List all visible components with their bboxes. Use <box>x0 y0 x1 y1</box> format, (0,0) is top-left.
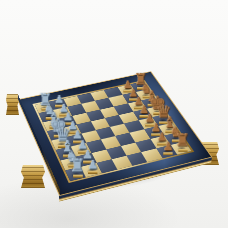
piece-contact-shadow <box>139 92 152 99</box>
piece-contact-shadow <box>150 108 164 115</box>
square-g3[interactable] <box>67 104 86 116</box>
piece-white-rook[interactable]: ♜ <box>69 157 85 178</box>
square-e6[interactable] <box>119 112 138 124</box>
square-h4[interactable] <box>77 93 95 104</box>
piece-black-bishop[interactable]: ♝ <box>146 90 159 107</box>
square-h3[interactable] <box>63 96 81 107</box>
square-a1[interactable]: ♜ <box>65 167 86 181</box>
piece-contact-shadow <box>52 101 65 108</box>
square-e5[interactable] <box>105 115 124 127</box>
square-f4[interactable] <box>86 109 105 121</box>
piece-contact-shadow <box>133 84 146 91</box>
piece-black-pawn[interactable]: ♟ <box>140 104 150 118</box>
board-grid: ♜♟♟♜♞♟♟♞♝♟♟♝♚♟♟♚♛♟♟♛♝♟♟♝♞♟♟♞♜♟♟♜ <box>35 81 192 181</box>
square-h2[interactable]: ♟ <box>49 99 67 110</box>
piece-black-pawn[interactable]: ♟ <box>134 96 144 110</box>
piece-contact-shadow <box>131 103 145 110</box>
square-h6[interactable] <box>104 87 122 98</box>
square-f6[interactable] <box>114 103 133 115</box>
square-f5[interactable] <box>100 106 119 118</box>
square-a3[interactable] <box>96 159 117 173</box>
square-c4[interactable] <box>101 136 121 149</box>
piece-white-pawn[interactable]: ♟ <box>88 159 99 174</box>
piece-white-rook[interactable]: ♜ <box>38 93 52 111</box>
piece-black-pawn[interactable]: ♟ <box>129 88 138 101</box>
piece-contact-shadow <box>125 95 138 102</box>
piece-black-knight[interactable]: ♞ <box>141 82 152 98</box>
piece-black-pawn[interactable]: ♟ <box>124 80 133 93</box>
square-h8[interactable]: ♜ <box>130 81 148 92</box>
square-f7[interactable]: ♟ <box>127 100 146 111</box>
piece-white-pawn[interactable]: ♟ <box>55 94 65 108</box>
chess-board-anchor: ♜♟♟♜♞♟♟♞♝♟♟♝♚♟♟♚♛♟♟♛♝♟♟♝♞♟♟♞♜♟♟♜ <box>34 51 186 203</box>
piece-black-rook[interactable]: ♜ <box>135 72 148 90</box>
square-d6[interactable] <box>124 120 144 132</box>
piece-contact-shadow <box>144 100 158 107</box>
piece-black-pawn[interactable]: ♟ <box>163 141 173 156</box>
square-f8[interactable]: ♝ <box>141 97 160 108</box>
square-g5[interactable] <box>95 98 114 109</box>
piece-contact-shadow <box>136 111 150 118</box>
board-playing-field: ♜♟♟♜♞♟♟♞♝♟♟♝♚♟♟♚♛♟♟♛♝♟♟♝♞♟♟♞♜♟♟♜ <box>32 80 194 183</box>
square-h5[interactable] <box>90 90 108 101</box>
square-g8[interactable]: ♞ <box>136 89 155 100</box>
piece-black-king[interactable]: ♚ <box>150 93 167 115</box>
square-g7[interactable]: ♟ <box>122 92 141 103</box>
chess-board: ♜♟♟♜♞♟♟♞♝♟♟♝♚♟♟♚♛♟♟♛♝♟♟♝♞♟♟♞♜♟♟♜ <box>17 71 212 196</box>
chess-set-photo: ♜♟♟♜♞♟♟♞♝♟♟♝♚♟♟♚♛♟♟♛♝♟♟♝♞♟♟♞♜♟♟♜ <box>0 0 228 228</box>
square-g6[interactable] <box>109 95 128 106</box>
square-g4[interactable] <box>81 101 100 113</box>
square-h7[interactable]: ♟ <box>117 84 135 95</box>
square-e7[interactable]: ♟ <box>133 109 152 121</box>
piece-contact-shadow <box>120 87 133 94</box>
piece-black-rook[interactable]: ♜ <box>176 132 191 152</box>
